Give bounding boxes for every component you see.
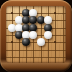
- app-icon[interactable]: [0, 0, 72, 72]
- white-stone: [29, 31, 37, 39]
- go-board[interactable]: [6, 6, 66, 63]
- white-stone: [44, 31, 52, 39]
- grid-line-horizontal: [6, 42, 66, 43]
- star-point: [11, 41, 13, 43]
- grid-line-horizontal: [6, 50, 66, 51]
- black-stone: [22, 38, 30, 46]
- star-point: [11, 12, 13, 14]
- grid-line-horizontal: [6, 57, 66, 58]
- white-stone: [37, 38, 45, 46]
